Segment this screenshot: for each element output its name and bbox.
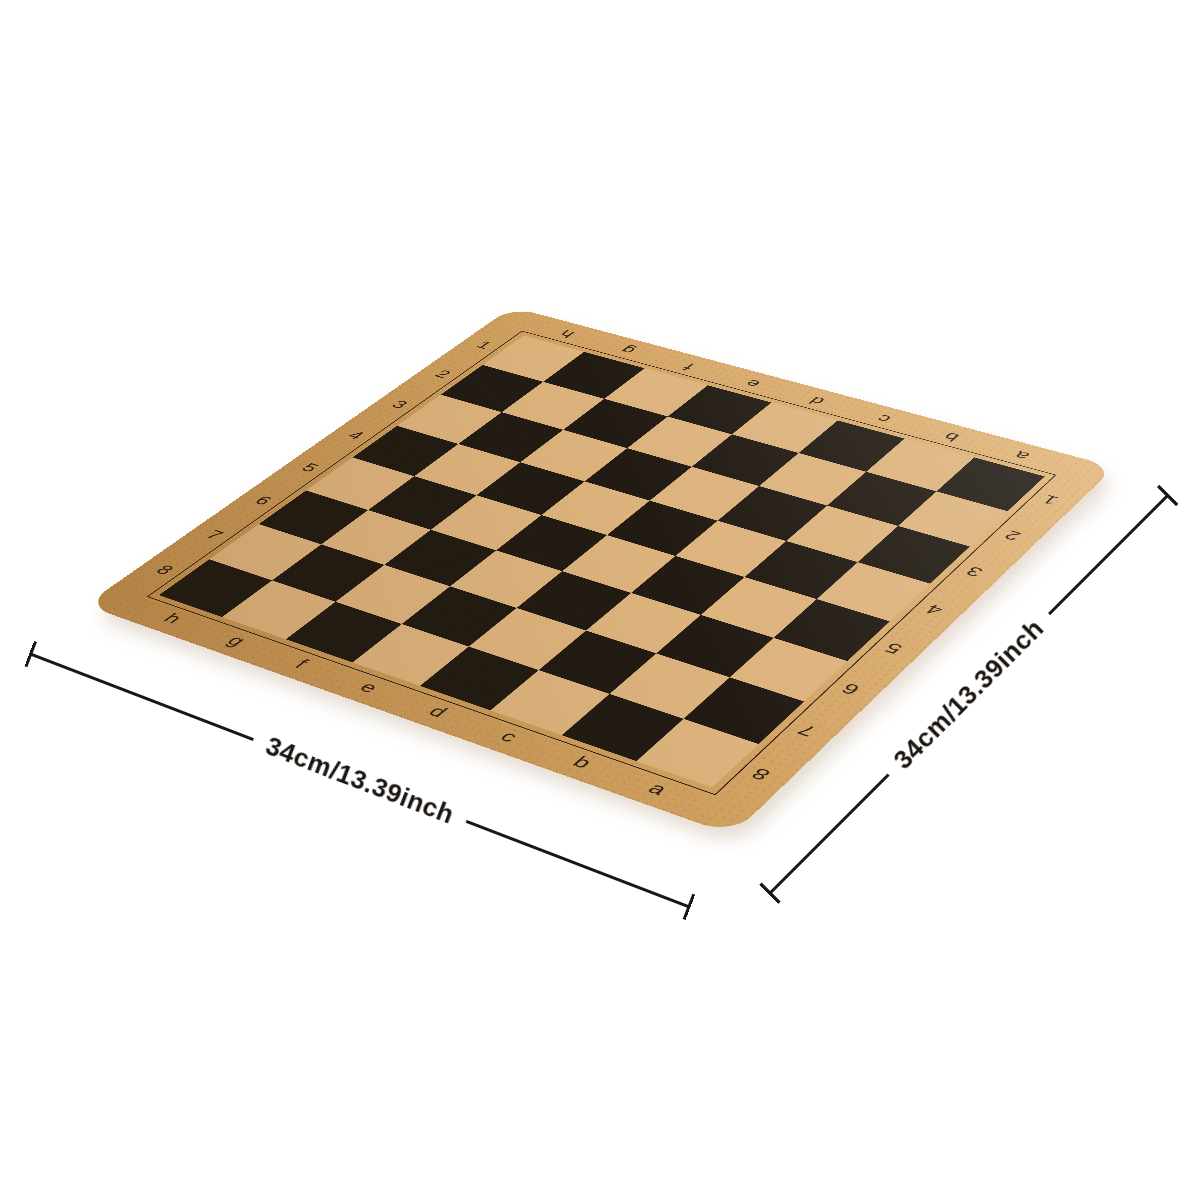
board-grid [159, 336, 1045, 788]
chess-board-mat: hgfedcba hgfedcba 12345678 12345678 [85, 307, 1115, 835]
product-photo: hgfedcba hgfedcba 12345678 12345678 34cm… [0, 0, 1200, 1200]
chess-board-scene: hgfedcba hgfedcba 12345678 12345678 [0, 0, 1200, 1200]
